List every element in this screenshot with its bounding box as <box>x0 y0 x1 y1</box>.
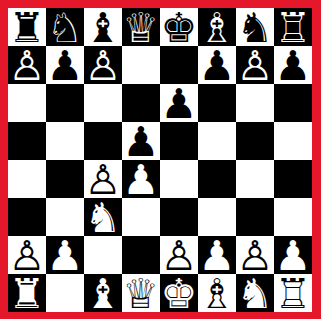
white-bishop-piece: ♝ <box>85 275 122 312</box>
square-f5[interactable] <box>198 122 236 160</box>
square-a8[interactable]: ♜ <box>8 8 46 46</box>
white-knight-piece: ♞ <box>85 199 122 236</box>
square-g6[interactable] <box>236 84 274 122</box>
white-rook-piece: ♜ <box>9 275 46 312</box>
square-c5[interactable] <box>84 122 122 160</box>
square-f4[interactable] <box>198 160 236 198</box>
square-g3[interactable] <box>236 198 274 236</box>
square-d7[interactable] <box>122 46 160 84</box>
square-g2[interactable]: ♙ <box>236 236 274 274</box>
square-c1[interactable]: ♝ <box>84 274 122 312</box>
square-h1[interactable]: ♖ <box>274 274 312 312</box>
black-king-piece: ♚ <box>161 9 198 46</box>
square-g4[interactable] <box>236 160 274 198</box>
black-pawn-piece: ♙ <box>237 47 274 84</box>
black-pawn-piece: ♟ <box>47 47 84 84</box>
square-c6[interactable] <box>84 84 122 122</box>
black-bishop-piece: ♝ <box>85 9 122 46</box>
white-king-piece: ♚ <box>161 275 198 312</box>
square-f2[interactable]: ♟ <box>198 236 236 274</box>
black-rook-piece: ♜ <box>9 9 46 46</box>
square-c2[interactable] <box>84 236 122 274</box>
square-b6[interactable] <box>46 84 84 122</box>
white-pawn-piece: ♙ <box>237 237 274 274</box>
square-e3[interactable] <box>160 198 198 236</box>
black-pawn-piece: ♙ <box>85 47 122 84</box>
square-e7[interactable] <box>160 46 198 84</box>
square-d5[interactable]: ♟ <box>122 122 160 160</box>
square-a7[interactable]: ♙ <box>8 46 46 84</box>
white-rook-piece: ♖ <box>275 275 312 312</box>
black-queen-piece: ♕ <box>123 9 160 46</box>
square-b3[interactable] <box>46 198 84 236</box>
white-knight-piece: ♞ <box>237 275 274 312</box>
square-e8[interactable]: ♚ <box>160 8 198 46</box>
white-pawn-piece: ♙ <box>85 161 122 198</box>
square-b4[interactable] <box>46 160 84 198</box>
square-g8[interactable]: ♞ <box>236 8 274 46</box>
square-a5[interactable] <box>8 122 46 160</box>
square-e4[interactable] <box>160 160 198 198</box>
black-knight-piece: ♘ <box>47 9 84 46</box>
square-f6[interactable] <box>198 84 236 122</box>
black-knight-piece: ♞ <box>237 9 274 46</box>
square-g1[interactable]: ♞ <box>236 274 274 312</box>
square-a4[interactable] <box>8 160 46 198</box>
white-pawn-piece: ♙ <box>9 237 46 274</box>
black-pawn-piece: ♙ <box>9 47 46 84</box>
square-h7[interactable]: ♟ <box>274 46 312 84</box>
square-g5[interactable] <box>236 122 274 160</box>
square-c3[interactable]: ♞ <box>84 198 122 236</box>
square-h2[interactable]: ♟ <box>274 236 312 274</box>
square-b2[interactable]: ♟ <box>46 236 84 274</box>
square-a6[interactable] <box>8 84 46 122</box>
square-d6[interactable] <box>122 84 160 122</box>
square-b8[interactable]: ♘ <box>46 8 84 46</box>
square-b1[interactable] <box>46 274 84 312</box>
square-c8[interactable]: ♝ <box>84 8 122 46</box>
square-b5[interactable] <box>46 122 84 160</box>
square-a1[interactable]: ♜ <box>8 274 46 312</box>
black-pawn-piece: ♟ <box>161 85 198 122</box>
white-bishop-piece: ♗ <box>199 275 236 312</box>
square-e6[interactable]: ♟ <box>160 84 198 122</box>
square-e2[interactable]: ♙ <box>160 236 198 274</box>
black-bishop-piece: ♗ <box>199 9 236 46</box>
square-d8[interactable]: ♕ <box>122 8 160 46</box>
square-g7[interactable]: ♙ <box>236 46 274 84</box>
white-pawn-piece: ♟ <box>199 237 236 274</box>
black-rook-piece: ♖ <box>275 9 312 46</box>
black-pawn-piece: ♟ <box>199 47 236 84</box>
square-f7[interactable]: ♟ <box>198 46 236 84</box>
square-c7[interactable]: ♙ <box>84 46 122 84</box>
square-a3[interactable] <box>8 198 46 236</box>
square-f1[interactable]: ♗ <box>198 274 236 312</box>
white-pawn-piece: ♟ <box>47 237 84 274</box>
square-d2[interactable] <box>122 236 160 274</box>
square-d4[interactable]: ♟ <box>122 160 160 198</box>
square-h6[interactable] <box>274 84 312 122</box>
square-d3[interactable] <box>122 198 160 236</box>
chess-board: ♜♘♝♕♚♗♞♖♙♟♙♟♙♟♟♟♙♟♞♙♟♙♟♙♟♜♝♕♚♗♞♖ <box>8 8 312 312</box>
black-pawn-piece: ♟ <box>123 123 160 160</box>
square-e1[interactable]: ♚ <box>160 274 198 312</box>
white-pawn-piece: ♟ <box>123 161 160 198</box>
square-c4[interactable]: ♙ <box>84 160 122 198</box>
board-frame: ♜♘♝♕♚♗♞♖♙♟♙♟♙♟♟♟♙♟♞♙♟♙♟♙♟♜♝♕♚♗♞♖ <box>0 0 321 319</box>
square-f8[interactable]: ♗ <box>198 8 236 46</box>
white-pawn-piece: ♙ <box>161 237 198 274</box>
square-b7[interactable]: ♟ <box>46 46 84 84</box>
white-pawn-piece: ♟ <box>275 237 312 274</box>
square-h8[interactable]: ♖ <box>274 8 312 46</box>
square-a2[interactable]: ♙ <box>8 236 46 274</box>
square-e5[interactable] <box>160 122 198 160</box>
square-d1[interactable]: ♕ <box>122 274 160 312</box>
square-h3[interactable] <box>274 198 312 236</box>
black-pawn-piece: ♟ <box>275 47 312 84</box>
white-queen-piece: ♕ <box>123 275 160 312</box>
square-f3[interactable] <box>198 198 236 236</box>
square-h5[interactable] <box>274 122 312 160</box>
square-h4[interactable] <box>274 160 312 198</box>
